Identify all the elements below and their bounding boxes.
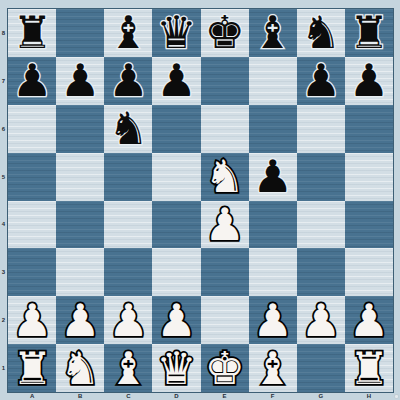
- white-pawn[interactable]: [56, 296, 104, 344]
- white-knight[interactable]: [56, 344, 104, 392]
- square-f8[interactable]: [249, 9, 297, 57]
- white-king[interactable]: [201, 344, 249, 392]
- white-rook[interactable]: [345, 344, 393, 392]
- black-pawn[interactable]: [8, 57, 56, 105]
- square-e8[interactable]: [201, 9, 249, 57]
- white-pawn[interactable]: [104, 296, 152, 344]
- square-f6[interactable]: [249, 105, 297, 153]
- rank-label-7: 7: [0, 77, 7, 85]
- black-queen[interactable]: [152, 9, 200, 57]
- file-label-b: B: [56, 393, 104, 400]
- file-label-g: G: [297, 393, 345, 400]
- square-h4[interactable]: [345, 201, 393, 249]
- black-pawn[interactable]: [249, 153, 297, 201]
- square-d1[interactable]: [152, 344, 200, 392]
- square-g6[interactable]: [297, 105, 345, 153]
- square-a3[interactable]: [8, 248, 56, 296]
- black-bishop[interactable]: [104, 9, 152, 57]
- white-pawn[interactable]: [345, 296, 393, 344]
- black-king[interactable]: [201, 9, 249, 57]
- square-c6[interactable]: [104, 105, 152, 153]
- square-b4[interactable]: [56, 201, 104, 249]
- file-label-f: F: [249, 393, 297, 400]
- square-a1[interactable]: [8, 344, 56, 392]
- chess-board[interactable]: [7, 8, 394, 393]
- square-c2[interactable]: [104, 296, 152, 344]
- square-e1[interactable]: [201, 344, 249, 392]
- black-pawn[interactable]: [297, 57, 345, 105]
- square-d8[interactable]: [152, 9, 200, 57]
- square-h3[interactable]: [345, 248, 393, 296]
- square-h2[interactable]: [345, 296, 393, 344]
- rank-label-4: 4: [0, 220, 7, 228]
- square-c1[interactable]: [104, 344, 152, 392]
- square-e6[interactable]: [201, 105, 249, 153]
- square-g3[interactable]: [297, 248, 345, 296]
- white-bishop[interactable]: [249, 344, 297, 392]
- black-pawn[interactable]: [104, 57, 152, 105]
- square-h5[interactable]: [345, 153, 393, 201]
- black-rook[interactable]: [345, 9, 393, 57]
- white-knight[interactable]: [201, 153, 249, 201]
- chess-app-stage: 8A7B6C5D4E3F2G1H: [0, 0, 400, 400]
- square-f5[interactable]: [249, 153, 297, 201]
- white-pawn[interactable]: [201, 201, 249, 249]
- square-g7[interactable]: [297, 57, 345, 105]
- square-e7[interactable]: [201, 57, 249, 105]
- file-label-d: D: [152, 393, 200, 400]
- square-g5[interactable]: [297, 153, 345, 201]
- rank-label-2: 2: [0, 316, 7, 324]
- black-pawn[interactable]: [152, 57, 200, 105]
- square-c5[interactable]: [104, 153, 152, 201]
- square-f3[interactable]: [249, 248, 297, 296]
- square-a8[interactable]: [8, 9, 56, 57]
- square-f1[interactable]: [249, 344, 297, 392]
- square-d3[interactable]: [152, 248, 200, 296]
- square-b2[interactable]: [56, 296, 104, 344]
- black-pawn[interactable]: [56, 57, 104, 105]
- square-h6[interactable]: [345, 105, 393, 153]
- square-a4[interactable]: [8, 201, 56, 249]
- square-c8[interactable]: [104, 9, 152, 57]
- square-a6[interactable]: [8, 105, 56, 153]
- square-a5[interactable]: [8, 153, 56, 201]
- corner-dot: [394, 394, 399, 399]
- square-b6[interactable]: [56, 105, 104, 153]
- black-knight[interactable]: [297, 9, 345, 57]
- white-rook[interactable]: [8, 344, 56, 392]
- square-g8[interactable]: [297, 9, 345, 57]
- square-f7[interactable]: [249, 57, 297, 105]
- rank-label-3: 3: [0, 268, 7, 276]
- file-label-e: E: [201, 393, 249, 400]
- black-rook[interactable]: [8, 9, 56, 57]
- square-c3[interactable]: [104, 248, 152, 296]
- square-g1[interactable]: [297, 344, 345, 392]
- square-f2[interactable]: [249, 296, 297, 344]
- square-d2[interactable]: [152, 296, 200, 344]
- square-d6[interactable]: [152, 105, 200, 153]
- rank-label-8: 8: [0, 29, 7, 37]
- square-f4[interactable]: [249, 201, 297, 249]
- square-g2[interactable]: [297, 296, 345, 344]
- square-d7[interactable]: [152, 57, 200, 105]
- white-bishop[interactable]: [104, 344, 152, 392]
- rank-label-1: 1: [0, 364, 7, 372]
- square-a2[interactable]: [8, 296, 56, 344]
- square-b3[interactable]: [56, 248, 104, 296]
- square-e3[interactable]: [201, 248, 249, 296]
- white-pawn[interactable]: [8, 296, 56, 344]
- square-h8[interactable]: [345, 9, 393, 57]
- rank-label-6: 6: [0, 125, 7, 133]
- square-c4[interactable]: [104, 201, 152, 249]
- black-bishop[interactable]: [249, 9, 297, 57]
- square-e4[interactable]: [201, 201, 249, 249]
- white-pawn[interactable]: [152, 296, 200, 344]
- file-label-h: H: [345, 393, 393, 400]
- square-b8[interactable]: [56, 9, 104, 57]
- square-e5[interactable]: [201, 153, 249, 201]
- square-d4[interactable]: [152, 201, 200, 249]
- white-queen[interactable]: [152, 344, 200, 392]
- file-label-c: C: [104, 393, 152, 400]
- square-b7[interactable]: [56, 57, 104, 105]
- square-e2[interactable]: [201, 296, 249, 344]
- file-label-a: A: [8, 393, 56, 400]
- black-pawn[interactable]: [345, 57, 393, 105]
- square-b5[interactable]: [56, 153, 104, 201]
- square-h7[interactable]: [345, 57, 393, 105]
- square-g4[interactable]: [297, 201, 345, 249]
- square-d5[interactable]: [152, 153, 200, 201]
- square-b1[interactable]: [56, 344, 104, 392]
- square-a7[interactable]: [8, 57, 56, 105]
- black-knight[interactable]: [104, 105, 152, 153]
- white-pawn[interactable]: [249, 296, 297, 344]
- square-c7[interactable]: [104, 57, 152, 105]
- rank-label-5: 5: [0, 173, 7, 181]
- white-pawn[interactable]: [297, 296, 345, 344]
- square-h1[interactable]: [345, 344, 393, 392]
